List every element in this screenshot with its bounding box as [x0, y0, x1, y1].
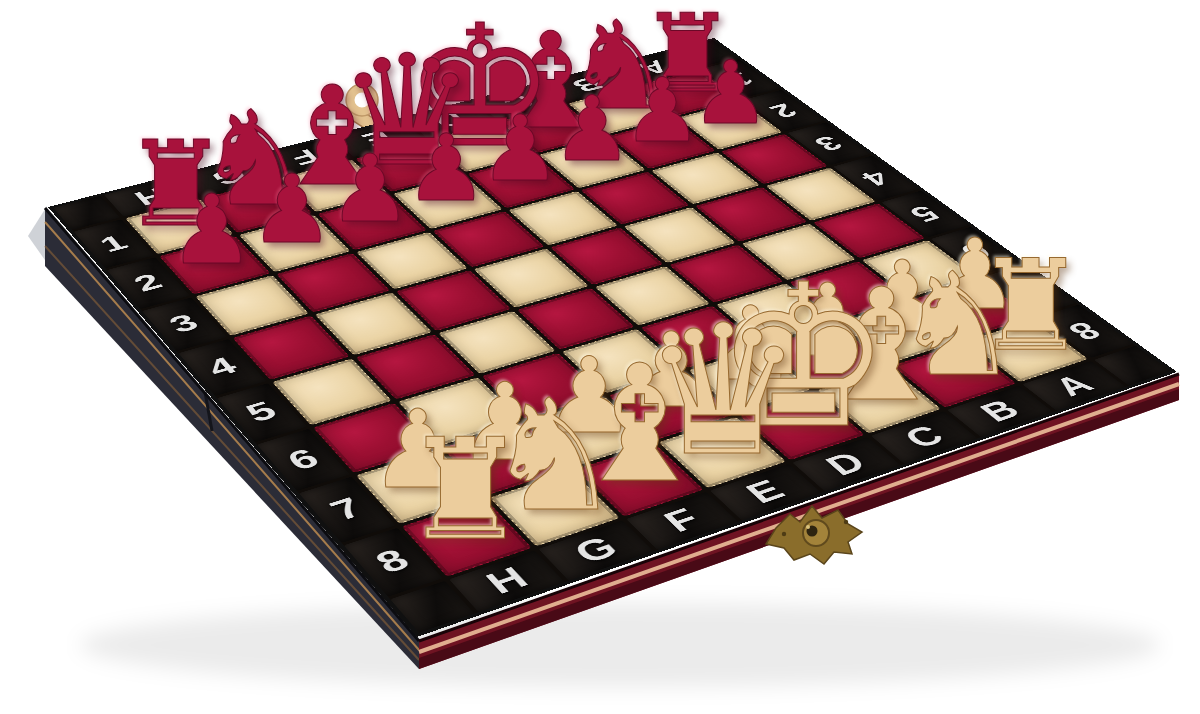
- brass-latch-icon: [766, 506, 862, 564]
- piece-natural-rook-h8: ♜: [396, 421, 536, 561]
- hardware-overlay: [0, 0, 1200, 714]
- product-photo-stage: HGFEDCBA1122334455667788HGFEDCBA ♜♞♝♛♚♝♞…: [0, 0, 1200, 714]
